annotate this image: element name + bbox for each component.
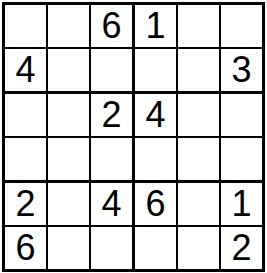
- cell-r3c4[interactable]: 4: [135, 94, 178, 138]
- cell-r2c5[interactable]: [178, 49, 221, 94]
- cell-r6c2[interactable]: [48, 227, 91, 269]
- cell-r6c5[interactable]: [178, 227, 221, 269]
- cell-r1c2[interactable]: [48, 5, 91, 49]
- cell-r1c6[interactable]: [221, 5, 262, 49]
- cell-r3c2[interactable]: [48, 94, 91, 138]
- cell-r3c5[interactable]: [178, 94, 221, 138]
- sudoku-board: 614324246162: [2, 2, 265, 272]
- cell-r4c4[interactable]: [135, 138, 178, 183]
- cell-r2c1[interactable]: 4: [5, 49, 48, 94]
- cell-r5c2[interactable]: [48, 183, 91, 227]
- cell-r2c4[interactable]: [135, 49, 178, 94]
- cell-r1c1[interactable]: [5, 5, 48, 49]
- cell-r5c6[interactable]: 1: [221, 183, 262, 227]
- cell-r4c5[interactable]: [178, 138, 221, 183]
- cell-r3c6[interactable]: [221, 94, 262, 138]
- cell-r6c4[interactable]: [135, 227, 178, 269]
- cell-r2c2[interactable]: [48, 49, 91, 94]
- cell-r1c3[interactable]: 6: [91, 5, 135, 49]
- cell-r4c3[interactable]: [91, 138, 135, 183]
- cell-r5c5[interactable]: [178, 183, 221, 227]
- cell-r5c4[interactable]: 6: [135, 183, 178, 227]
- cell-r2c3[interactable]: [91, 49, 135, 94]
- cell-r5c3[interactable]: 4: [91, 183, 135, 227]
- cell-r1c4[interactable]: 1: [135, 5, 178, 49]
- cell-r6c3[interactable]: [91, 227, 135, 269]
- cell-r4c6[interactable]: [221, 138, 262, 183]
- cell-r1c5[interactable]: [178, 5, 221, 49]
- cell-r5c1[interactable]: 2: [5, 183, 48, 227]
- cell-r6c6[interactable]: 2: [221, 227, 262, 269]
- sudoku-page: 614324246162: [0, 0, 267, 273]
- cell-r2c6[interactable]: 3: [221, 49, 262, 94]
- cell-r4c2[interactable]: [48, 138, 91, 183]
- cell-r6c1[interactable]: 6: [5, 227, 48, 269]
- cell-r3c3[interactable]: 2: [91, 94, 135, 138]
- cell-r4c1[interactable]: [5, 138, 48, 183]
- cell-r3c1[interactable]: [5, 94, 48, 138]
